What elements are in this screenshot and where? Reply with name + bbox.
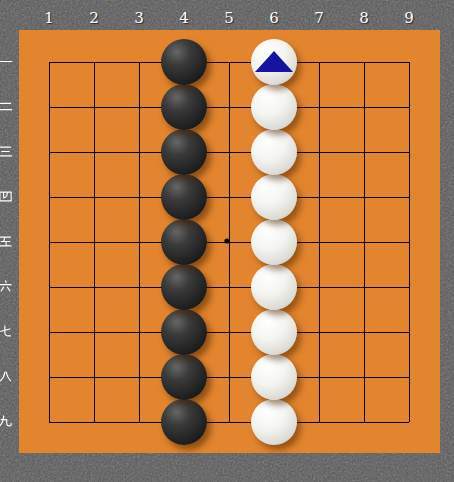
go-board-window: 123456789	[0, 0, 454, 482]
triangle-marker-icon	[255, 51, 293, 72]
row-label	[0, 279, 13, 294]
black-stone[interactable]	[161, 264, 207, 310]
goban[interactable]	[19, 30, 440, 453]
black-stone[interactable]	[161, 309, 207, 355]
row-label	[0, 324, 13, 339]
black-stone[interactable]	[161, 129, 207, 175]
column-label: 7	[307, 8, 331, 28]
white-stone[interactable]	[251, 129, 297, 175]
column-label: 5	[217, 8, 241, 28]
column-label: 3	[127, 8, 151, 28]
column-label: 2	[82, 8, 106, 28]
white-stone[interactable]	[251, 84, 297, 130]
column-label: 4	[172, 8, 196, 28]
white-stone[interactable]	[251, 264, 297, 310]
row-label	[0, 144, 13, 159]
row-label	[0, 99, 13, 114]
black-stone[interactable]	[161, 39, 207, 85]
black-stone[interactable]	[161, 354, 207, 400]
black-stone[interactable]	[161, 219, 207, 265]
column-label: 8	[352, 8, 376, 28]
column-label: 1	[37, 8, 61, 28]
grid-lines	[19, 30, 440, 453]
column-label: 6	[262, 8, 286, 28]
white-stone[interactable]	[251, 219, 297, 265]
star-point	[224, 238, 229, 243]
black-stone[interactable]	[161, 84, 207, 130]
white-stone[interactable]	[251, 309, 297, 355]
black-stone[interactable]	[161, 399, 207, 445]
column-label: 9	[397, 8, 421, 28]
row-label	[0, 369, 13, 384]
white-stone[interactable]	[251, 354, 297, 400]
row-label	[0, 189, 13, 204]
white-stone[interactable]	[251, 399, 297, 445]
row-label	[0, 234, 13, 249]
row-label	[0, 414, 13, 429]
row-label	[0, 54, 13, 69]
white-stone[interactable]	[251, 39, 297, 85]
black-stone[interactable]	[161, 174, 207, 220]
white-stone[interactable]	[251, 174, 297, 220]
